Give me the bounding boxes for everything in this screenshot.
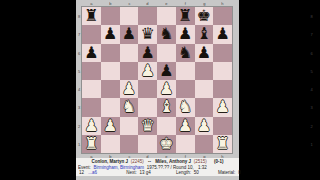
white-pawn-piece: ♟ (84, 118, 98, 134)
square-a1[interactable]: ♜ (82, 135, 101, 153)
black-player-elo: (2515) (194, 159, 207, 164)
square-g5[interactable] (195, 62, 214, 80)
black-pawn-piece: ♟ (140, 45, 154, 61)
coord-label-2: 2 (310, 121, 314, 130)
move-number: 12 (79, 170, 84, 175)
coord-label-4: 4 (78, 85, 81, 94)
event-link[interactable]: Birmingham, Birmingham (94, 165, 145, 170)
white-player-name: Conlon, Martyn J (92, 159, 129, 164)
square-d8[interactable] (138, 7, 157, 25)
length-label: Length: (176, 170, 191, 175)
square-b5[interactable] (101, 62, 120, 80)
square-b7[interactable]: ♟ (101, 25, 120, 43)
white-pawn-piece: ♟ (140, 63, 154, 79)
square-d5[interactable]: ♟ (138, 62, 157, 80)
white-pawn-piece: ♟ (215, 99, 229, 115)
coord-label-b: b (105, 2, 114, 6)
square-f3[interactable]: ♞ (176, 98, 195, 116)
black-king-piece: ♚ (197, 8, 211, 24)
black-pawn-piece: ♟ (215, 26, 229, 42)
square-d2[interactable]: ♛ (138, 117, 157, 135)
rank-labels-right: 87654321 (308, 7, 315, 153)
square-c8[interactable] (120, 7, 139, 25)
square-c1[interactable] (120, 135, 139, 153)
square-h6[interactable] (213, 44, 232, 62)
square-a8[interactable]: ♜ (82, 7, 101, 25)
black-pawn-piece: ♟ (159, 63, 173, 79)
white-player-elo: (2245) (131, 159, 144, 164)
next-move: 13 g4 (140, 170, 151, 175)
event-line: Event: Birmingham, Birmingham 1975.??.??… (76, 165, 241, 170)
square-h8[interactable] (213, 7, 232, 25)
square-d6[interactable]: ♟ (138, 44, 157, 62)
square-g4[interactable] (195, 80, 214, 98)
coord-label-6: 6 (310, 48, 314, 57)
white-pawn-piece: ♟ (159, 81, 173, 97)
square-f7[interactable]: ♟ (176, 25, 195, 43)
black-pawn-piece: ♟ (84, 45, 98, 61)
last-move[interactable]: ...a6 (88, 170, 97, 175)
video-frame: { "game": "chess", "position": { "fen": … (0, 0, 320, 180)
square-g1[interactable] (195, 135, 214, 153)
black-player-name: Miles, Anthony J (155, 159, 191, 164)
square-f2[interactable]: ♟ (176, 117, 195, 135)
square-e2[interactable] (157, 117, 176, 135)
square-b3[interactable] (101, 98, 120, 116)
coord-label-5: 5 (78, 66, 81, 75)
square-f4[interactable] (176, 80, 195, 98)
material-value: 0 (238, 170, 241, 175)
players-separator: -- (148, 159, 151, 164)
square-g6[interactable]: ♟ (195, 44, 214, 62)
square-d1[interactable] (138, 135, 157, 153)
file-labels-top: abcdefgh (82, 0, 232, 7)
square-c5[interactable] (120, 62, 139, 80)
square-a6[interactable]: ♟ (82, 44, 101, 62)
game-info-panel: Conlon, Martyn J (2245) -- Miles, Anthon… (76, 158, 239, 176)
square-g8[interactable]: ♚ (195, 7, 214, 25)
black-pawn-piece: ♟ (197, 45, 211, 61)
event-label: Event: (78, 165, 91, 170)
square-b8[interactable] (101, 7, 120, 25)
coord-label-1: 1 (310, 139, 314, 148)
white-bishop-piece: ♝ (159, 99, 173, 115)
square-f6[interactable]: ♞ (176, 44, 195, 62)
coord-label-2: 2 (78, 121, 81, 130)
square-c3[interactable]: ♞ (120, 98, 139, 116)
white-knight-piece: ♞ (178, 99, 192, 115)
square-b6[interactable] (101, 44, 120, 62)
black-knight-piece: ♞ (159, 26, 173, 42)
white-pawn-piece: ♟ (122, 81, 136, 97)
square-h7[interactable]: ♟ (213, 25, 232, 43)
next-label: Next: (126, 170, 137, 175)
black-bishop-piece: ♝ (197, 26, 211, 42)
square-a7[interactable] (82, 25, 101, 43)
square-g7[interactable]: ♝ (195, 25, 214, 43)
square-e7[interactable]: ♞ (157, 25, 176, 43)
coord-label-h: h (218, 2, 227, 6)
square-b1[interactable] (101, 135, 120, 153)
black-queen-piece: ♛ (140, 26, 154, 42)
white-queen-piece: ♛ (140, 118, 154, 134)
coord-label-e: e (162, 2, 171, 6)
square-d3[interactable] (138, 98, 157, 116)
coord-label-3: 3 (310, 103, 314, 112)
coord-label-8: 8 (310, 12, 314, 21)
square-h2[interactable] (213, 117, 232, 135)
black-pawn-piece: ♟ (122, 26, 136, 42)
coord-label-6: 6 (78, 48, 81, 57)
square-a3[interactable] (82, 98, 101, 116)
square-b2[interactable]: ♟ (101, 117, 120, 135)
square-d4[interactable] (138, 80, 157, 98)
status-line: 12 ...a6 Next: 13 g4 Length: 50 Material… (76, 170, 242, 175)
material-label: Material: (218, 170, 235, 175)
coord-label-f: f (180, 2, 189, 6)
board: ♜♜♚♟♟♛♞♟♝♟♟♟♞♟♟♟♟♟♞♝♞♟♟♟♛♟♟♜♚♜ (82, 7, 232, 153)
black-rook-piece: ♜ (178, 8, 192, 24)
white-rook-piece: ♜ (84, 136, 98, 152)
square-g2[interactable]: ♟ (195, 117, 214, 135)
white-rook-piece: ♜ (215, 136, 229, 152)
coord-label-7: 7 (78, 30, 81, 39)
square-a5[interactable] (82, 62, 101, 80)
square-g3[interactable] (195, 98, 214, 116)
event-details: 1975.??.?? / Round 10, (147, 165, 194, 170)
square-d7[interactable]: ♛ (138, 25, 157, 43)
square-c4[interactable]: ♟ (120, 80, 139, 98)
square-a4[interactable] (82, 80, 101, 98)
square-e3[interactable]: ♝ (157, 98, 176, 116)
white-pawn-piece: ♟ (197, 118, 211, 134)
black-pawn-piece: ♟ (103, 26, 117, 42)
white-pawn-piece: ♟ (178, 118, 192, 134)
event-tail: 1:32 (198, 165, 207, 170)
square-e1[interactable]: ♚ (157, 135, 176, 153)
square-f8[interactable]: ♜ (176, 7, 195, 25)
white-king-piece: ♚ (159, 136, 173, 152)
white-pawn-piece: ♟ (103, 118, 117, 134)
square-e5[interactable]: ♟ (157, 62, 176, 80)
square-b4[interactable] (101, 80, 120, 98)
length-value: 50 (194, 170, 199, 175)
square-f1[interactable] (176, 135, 195, 153)
coord-label-7: 7 (310, 30, 314, 39)
square-h5[interactable] (213, 62, 232, 80)
square-c6[interactable] (120, 44, 139, 62)
black-pawn-piece: ♟ (178, 26, 192, 42)
square-h3[interactable]: ♟ (213, 98, 232, 116)
coord-label-d: d (143, 2, 152, 6)
black-knight-piece: ♞ (178, 45, 192, 61)
black-rook-piece: ♜ (84, 8, 98, 24)
square-e8[interactable] (157, 7, 176, 25)
board-panel: abcdefgh 87654321 87654321 abcdefgh ♜♜♚♟… (76, 0, 239, 180)
game-result: (0-1) (214, 159, 224, 164)
square-h1[interactable]: ♜ (213, 135, 232, 153)
coord-label-5: 5 (310, 66, 314, 75)
square-c7[interactable]: ♟ (120, 25, 139, 43)
coord-label-g: g (199, 2, 208, 6)
square-h4[interactable] (213, 80, 232, 98)
square-c2[interactable] (120, 117, 139, 135)
white-knight-piece: ♞ (122, 99, 136, 115)
coord-label-3: 3 (78, 103, 81, 112)
coord-label-4: 4 (310, 85, 314, 94)
square-f5[interactable] (176, 62, 195, 80)
coord-label-c: c (124, 2, 133, 6)
players-header: Conlon, Martyn J (2245) -- Miles, Anthon… (76, 159, 239, 164)
square-a2[interactable]: ♟ (82, 117, 101, 135)
square-e4[interactable]: ♟ (157, 80, 176, 98)
coord-label-8: 8 (78, 12, 81, 21)
coord-label-a: a (87, 2, 96, 6)
square-e6[interactable] (157, 44, 176, 62)
coord-label-1: 1 (78, 139, 81, 148)
